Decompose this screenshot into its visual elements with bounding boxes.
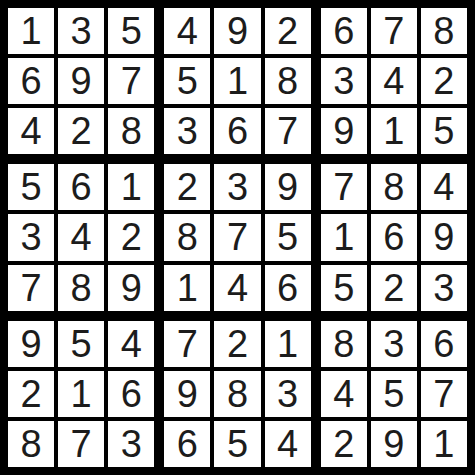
cell-r8c2[interactable]: 1: [58, 371, 104, 417]
cell-r1c7[interactable]: 6: [321, 8, 367, 54]
cell-r7c8[interactable]: 3: [371, 321, 417, 367]
cell-r9c7[interactable]: 2: [321, 421, 367, 467]
cell-r9c8[interactable]: 9: [371, 421, 417, 467]
cell-digit: 1: [227, 62, 248, 100]
cell-r8c7[interactable]: 4: [321, 371, 367, 417]
cell-digit: 7: [433, 375, 454, 413]
cell-digit: 2: [277, 12, 298, 50]
cell-r7c3[interactable]: 4: [108, 321, 154, 367]
cell-digit: 7: [277, 112, 298, 150]
cell-r7c7[interactable]: 8: [321, 321, 367, 367]
cell-digit: 2: [177, 168, 198, 206]
cell-r4c1[interactable]: 5: [8, 164, 54, 210]
cell-r2c9[interactable]: 2: [421, 58, 467, 104]
cell-r2c8[interactable]: 4: [371, 58, 417, 104]
cell-digit: 9: [71, 62, 92, 100]
cell-digit: 3: [71, 12, 92, 50]
cell-digit: 6: [71, 168, 92, 206]
cell-r3c8[interactable]: 1: [371, 108, 417, 154]
cell-digit: 8: [121, 112, 142, 150]
cell-r3c9[interactable]: 5: [421, 108, 467, 154]
cell-r3c1[interactable]: 4: [8, 108, 54, 154]
cell-digit: 5: [333, 269, 354, 307]
cell-digit: 1: [433, 425, 454, 463]
cell-digit: 9: [383, 425, 404, 463]
cell-digit: 8: [433, 12, 454, 50]
cell-r8c9[interactable]: 7: [421, 371, 467, 417]
cell-r5c2[interactable]: 4: [58, 214, 104, 260]
cell-digit: 2: [383, 269, 404, 307]
cell-r5c5[interactable]: 7: [214, 214, 260, 260]
cell-digit: 3: [277, 375, 298, 413]
cell-digit: 9: [333, 112, 354, 150]
cell-r4c5[interactable]: 3: [214, 164, 260, 210]
box-r2c2: 239875146: [164, 164, 310, 310]
cell-r8c5[interactable]: 8: [214, 371, 260, 417]
cell-digit: 2: [433, 62, 454, 100]
cell-digit: 4: [71, 218, 92, 256]
cell-r8c8[interactable]: 5: [371, 371, 417, 417]
cell-r9c9[interactable]: 1: [421, 421, 467, 467]
cell-r6c5[interactable]: 4: [214, 265, 260, 311]
cell-r3c7[interactable]: 9: [321, 108, 367, 154]
cell-r1c4[interactable]: 4: [164, 8, 210, 54]
cell-digit: 1: [177, 269, 198, 307]
cell-digit: 6: [383, 218, 404, 256]
cell-digit: 5: [277, 218, 298, 256]
cell-r7c2[interactable]: 5: [58, 321, 104, 367]
cell-digit: 9: [20, 325, 41, 363]
cell-digit: 1: [277, 325, 298, 363]
cell-digit: 1: [71, 375, 92, 413]
cell-r4c7[interactable]: 7: [321, 164, 367, 210]
cell-r5c3[interactable]: 2: [108, 214, 154, 260]
cell-digit: 7: [71, 425, 92, 463]
cell-r7c9[interactable]: 6: [421, 321, 467, 367]
cell-r1c6[interactable]: 2: [265, 8, 311, 54]
cell-digit: 2: [227, 325, 248, 363]
cell-r2c4[interactable]: 5: [164, 58, 210, 104]
cell-digit: 1: [333, 218, 354, 256]
cell-r6c3[interactable]: 9: [108, 265, 154, 311]
cell-r9c6[interactable]: 4: [265, 421, 311, 467]
cell-digit: 6: [333, 12, 354, 50]
cell-digit: 3: [121, 425, 142, 463]
cell-digit: 5: [177, 62, 198, 100]
cell-digit: 4: [177, 12, 198, 50]
cell-r6c7[interactable]: 5: [321, 265, 367, 311]
cell-digit: 9: [177, 375, 198, 413]
cell-r9c4[interactable]: 6: [164, 421, 210, 467]
cell-digit: 5: [383, 375, 404, 413]
cell-digit: 8: [71, 269, 92, 307]
cell-digit: 5: [433, 112, 454, 150]
cell-r5c9[interactable]: 9: [421, 214, 467, 260]
cell-r7c4[interactable]: 7: [164, 321, 210, 367]
cell-r4c9[interactable]: 4: [421, 164, 467, 210]
box-r3c1: 954216873: [8, 321, 154, 467]
cell-digit: 9: [227, 12, 248, 50]
cell-r4c3[interactable]: 1: [108, 164, 154, 210]
cell-digit: 7: [383, 12, 404, 50]
box-r1c3: 678342915: [321, 8, 467, 154]
cell-digit: 4: [121, 325, 142, 363]
cell-digit: 6: [177, 425, 198, 463]
cell-r4c4[interactable]: 2: [164, 164, 210, 210]
cell-digit: 5: [227, 425, 248, 463]
cell-r2c6[interactable]: 8: [265, 58, 311, 104]
cell-digit: 8: [277, 62, 298, 100]
cell-r8c4[interactable]: 9: [164, 371, 210, 417]
cell-r5c8[interactable]: 6: [371, 214, 417, 260]
cell-digit: 6: [277, 269, 298, 307]
cell-r2c7[interactable]: 3: [321, 58, 367, 104]
cell-digit: 3: [227, 168, 248, 206]
cell-digit: 6: [227, 112, 248, 150]
cell-digit: 1: [383, 112, 404, 150]
cell-r6c2[interactable]: 8: [58, 265, 104, 311]
cell-digit: 6: [433, 325, 454, 363]
cell-r5c6[interactable]: 5: [265, 214, 311, 260]
cell-digit: 4: [20, 112, 41, 150]
cell-digit: 2: [333, 425, 354, 463]
cell-r9c3[interactable]: 3: [108, 421, 154, 467]
cell-digit: 2: [121, 218, 142, 256]
cell-r4c2[interactable]: 6: [58, 164, 104, 210]
box-r1c2: 492518367: [164, 8, 310, 154]
cell-r4c8[interactable]: 8: [371, 164, 417, 210]
cell-r1c8[interactable]: 7: [371, 8, 417, 54]
cell-r7c1[interactable]: 9: [8, 321, 54, 367]
cell-digit: 9: [433, 218, 454, 256]
cell-digit: 3: [20, 218, 41, 256]
cell-digit: 9: [277, 168, 298, 206]
cell-digit: 4: [333, 375, 354, 413]
box-r3c2: 721983654: [164, 321, 310, 467]
cell-digit: 3: [433, 269, 454, 307]
cell-r3c3[interactable]: 8: [108, 108, 154, 154]
cell-r2c5[interactable]: 1: [214, 58, 260, 104]
cell-digit: 6: [121, 375, 142, 413]
cell-digit: 8: [383, 168, 404, 206]
cell-r9c5[interactable]: 5: [214, 421, 260, 467]
cell-r5c4[interactable]: 8: [164, 214, 210, 260]
cell-digit: 3: [333, 62, 354, 100]
cell-digit: 8: [20, 425, 41, 463]
cell-r6c1[interactable]: 7: [8, 265, 54, 311]
cell-digit: 7: [227, 218, 248, 256]
cell-digit: 4: [433, 168, 454, 206]
cell-r9c2[interactable]: 7: [58, 421, 104, 467]
cell-digit: 5: [121, 12, 142, 50]
cell-digit: 7: [333, 168, 354, 206]
cell-digit: 5: [71, 325, 92, 363]
box-r1c1: 135697428: [8, 8, 154, 154]
cell-r1c1[interactable]: 1: [8, 8, 54, 54]
cell-r3c6[interactable]: 7: [265, 108, 311, 154]
sudoku-board: 1356974284925183676783429155613427892398…: [0, 0, 475, 475]
cell-digit: 7: [121, 62, 142, 100]
cell-r1c5[interactable]: 9: [214, 8, 260, 54]
cell-digit: 3: [383, 325, 404, 363]
cell-r6c9[interactable]: 3: [421, 265, 467, 311]
cell-r5c7[interactable]: 1: [321, 214, 367, 260]
cell-r3c2[interactable]: 2: [58, 108, 104, 154]
cell-digit: 7: [20, 269, 41, 307]
cell-digit: 6: [20, 62, 41, 100]
cell-r5c1[interactable]: 3: [8, 214, 54, 260]
cell-r1c3[interactable]: 5: [108, 8, 154, 54]
box-r3c3: 836457291: [321, 321, 467, 467]
cell-digit: 3: [177, 112, 198, 150]
cell-r2c2[interactable]: 9: [58, 58, 104, 104]
cell-r2c1[interactable]: 6: [8, 58, 54, 104]
cell-digit: 8: [227, 375, 248, 413]
cell-r9c1[interactable]: 8: [8, 421, 54, 467]
cell-r8c6[interactable]: 3: [265, 371, 311, 417]
cell-r8c1[interactable]: 2: [8, 371, 54, 417]
cell-digit: 4: [277, 425, 298, 463]
cell-digit: 5: [20, 168, 41, 206]
cell-digit: 8: [333, 325, 354, 363]
cell-r6c8[interactable]: 2: [371, 265, 417, 311]
cell-digit: 4: [383, 62, 404, 100]
cell-r4c6[interactable]: 9: [265, 164, 311, 210]
cell-r1c9[interactable]: 8: [421, 8, 467, 54]
cell-r6c6[interactable]: 6: [265, 265, 311, 311]
cell-r1c2[interactable]: 3: [58, 8, 104, 54]
cell-digit: 1: [20, 12, 41, 50]
cell-digit: 2: [71, 112, 92, 150]
cell-digit: 7: [177, 325, 198, 363]
cell-r2c3[interactable]: 7: [108, 58, 154, 104]
cell-r8c3[interactable]: 6: [108, 371, 154, 417]
cell-digit: 1: [121, 168, 142, 206]
box-r2c3: 784169523: [321, 164, 467, 310]
cell-r6c4[interactable]: 1: [164, 265, 210, 311]
cell-digit: 8: [177, 218, 198, 256]
box-r2c1: 561342789: [8, 164, 154, 310]
cell-digit: 4: [227, 269, 248, 307]
cell-r7c5[interactable]: 2: [214, 321, 260, 367]
cell-r3c4[interactable]: 3: [164, 108, 210, 154]
cell-digit: 9: [121, 269, 142, 307]
cell-r7c6[interactable]: 1: [265, 321, 311, 367]
cell-r3c5[interactable]: 6: [214, 108, 260, 154]
cell-digit: 2: [20, 375, 41, 413]
